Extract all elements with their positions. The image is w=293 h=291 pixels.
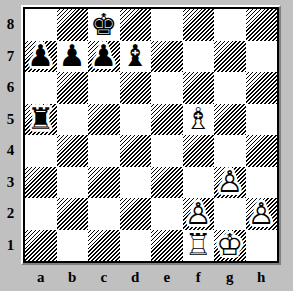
square-f3[interactable] bbox=[183, 167, 215, 199]
piece-glyph-bP: ♟ bbox=[88, 41, 120, 71]
piece-glyph-bP: ♟ bbox=[57, 41, 89, 71]
square-e6[interactable] bbox=[151, 72, 183, 104]
square-h3[interactable] bbox=[246, 167, 278, 199]
square-b8[interactable] bbox=[57, 9, 89, 41]
square-g2[interactable] bbox=[214, 198, 246, 230]
square-g4[interactable] bbox=[214, 135, 246, 167]
rank-label-4: 4 bbox=[0, 135, 21, 167]
piece-glyph-bR: ♜ bbox=[25, 104, 57, 134]
square-e1[interactable] bbox=[151, 230, 183, 262]
square-a4[interactable] bbox=[25, 135, 57, 167]
file-label-d: d bbox=[120, 266, 152, 288]
rank-label-3: 3 bbox=[0, 167, 21, 199]
piece-bK[interactable]: ♚♚ bbox=[88, 9, 120, 41]
rank-label-5: 5 bbox=[0, 104, 21, 136]
square-h1[interactable] bbox=[246, 230, 278, 262]
square-c2[interactable] bbox=[88, 198, 120, 230]
square-h7[interactable] bbox=[246, 41, 278, 73]
square-e4[interactable] bbox=[151, 135, 183, 167]
square-a6[interactable] bbox=[25, 72, 57, 104]
square-g3[interactable]: ♟♙ bbox=[214, 167, 246, 199]
piece-glyph-wP: ♙ bbox=[214, 167, 246, 197]
board-border: ♚♚♟♟♟♟♟♟♝♝♜♜♝♗♟♙♟♙♟♙♜♖♚♔ bbox=[23, 7, 279, 263]
piece-bB[interactable]: ♝♝ bbox=[120, 41, 152, 73]
square-d1[interactable] bbox=[120, 230, 152, 262]
square-b7[interactable]: ♟♟ bbox=[57, 41, 89, 73]
piece-glyph-bK: ♚ bbox=[88, 10, 120, 40]
square-f4[interactable] bbox=[183, 135, 215, 167]
square-e8[interactable] bbox=[151, 9, 183, 41]
square-d8[interactable] bbox=[120, 9, 152, 41]
square-h4[interactable] bbox=[246, 135, 278, 167]
square-b6[interactable] bbox=[57, 72, 89, 104]
square-a5[interactable]: ♜♜ bbox=[25, 104, 57, 136]
square-d7[interactable]: ♝♝ bbox=[120, 41, 152, 73]
square-c7[interactable]: ♟♟ bbox=[88, 41, 120, 73]
square-d2[interactable] bbox=[120, 198, 152, 230]
file-label-h: h bbox=[246, 266, 278, 288]
square-h6[interactable] bbox=[246, 72, 278, 104]
rank-label-2: 2 bbox=[0, 198, 21, 230]
square-c1[interactable] bbox=[88, 230, 120, 262]
piece-wK[interactable]: ♚♔ bbox=[214, 230, 246, 262]
piece-wP[interactable]: ♟♙ bbox=[246, 198, 278, 230]
piece-glyph-bP: ♟ bbox=[25, 41, 57, 71]
piece-glyph-wB: ♗ bbox=[183, 104, 215, 134]
square-f1[interactable]: ♜♖ bbox=[183, 230, 215, 262]
chess-board: ♚♚♟♟♟♟♟♟♝♝♜♜♝♗♟♙♟♙♟♙♜♖♚♔ bbox=[21, 5, 281, 265]
piece-bR[interactable]: ♜♜ bbox=[25, 104, 57, 136]
file-label-g: g bbox=[214, 266, 246, 288]
square-a3[interactable] bbox=[25, 167, 57, 199]
rank-label-6: 6 bbox=[0, 72, 21, 104]
piece-glyph-wK: ♔ bbox=[214, 230, 246, 260]
square-d3[interactable] bbox=[120, 167, 152, 199]
rank-label-7: 7 bbox=[0, 41, 21, 73]
square-h5[interactable] bbox=[246, 104, 278, 136]
square-d5[interactable] bbox=[120, 104, 152, 136]
square-f8[interactable] bbox=[183, 9, 215, 41]
file-label-c: c bbox=[88, 266, 120, 288]
square-g7[interactable] bbox=[214, 41, 246, 73]
file-label-b: b bbox=[57, 266, 89, 288]
piece-glyph-wP: ♙ bbox=[246, 199, 278, 229]
square-c4[interactable] bbox=[88, 135, 120, 167]
square-g1[interactable]: ♚♔ bbox=[214, 230, 246, 262]
file-label-e: e bbox=[151, 266, 183, 288]
square-e3[interactable] bbox=[151, 167, 183, 199]
square-g8[interactable] bbox=[214, 9, 246, 41]
rank-label-8: 8 bbox=[0, 9, 21, 41]
square-g5[interactable] bbox=[214, 104, 246, 136]
square-b1[interactable] bbox=[57, 230, 89, 262]
square-b5[interactable] bbox=[57, 104, 89, 136]
square-f6[interactable] bbox=[183, 72, 215, 104]
square-a2[interactable] bbox=[25, 198, 57, 230]
file-label-a: a bbox=[25, 266, 57, 288]
square-b3[interactable] bbox=[57, 167, 89, 199]
piece-wP[interactable]: ♟♙ bbox=[214, 167, 246, 199]
square-f2[interactable]: ♟♙ bbox=[183, 198, 215, 230]
square-b4[interactable] bbox=[57, 135, 89, 167]
rank-label-1: 1 bbox=[0, 230, 21, 262]
square-c6[interactable] bbox=[88, 72, 120, 104]
board-grid: ♚♚♟♟♟♟♟♟♝♝♜♜♝♗♟♙♟♙♟♙♜♖♚♔ bbox=[25, 9, 277, 261]
square-d4[interactable] bbox=[120, 135, 152, 167]
square-c8[interactable]: ♚♚ bbox=[88, 9, 120, 41]
square-c5[interactable] bbox=[88, 104, 120, 136]
square-g6[interactable] bbox=[214, 72, 246, 104]
rank-labels: 87654321 bbox=[0, 9, 21, 261]
square-a1[interactable] bbox=[25, 230, 57, 262]
piece-bP[interactable]: ♟♟ bbox=[88, 41, 120, 73]
square-f7[interactable] bbox=[183, 41, 215, 73]
piece-bP[interactable]: ♟♟ bbox=[25, 41, 57, 73]
square-e2[interactable] bbox=[151, 198, 183, 230]
piece-wB[interactable]: ♝♗ bbox=[183, 104, 215, 136]
square-c3[interactable] bbox=[88, 167, 120, 199]
square-a7[interactable]: ♟♟ bbox=[25, 41, 57, 73]
file-label-f: f bbox=[183, 266, 215, 288]
square-e5[interactable] bbox=[151, 104, 183, 136]
square-h8[interactable] bbox=[246, 9, 278, 41]
square-d6[interactable] bbox=[120, 72, 152, 104]
piece-glyph-wP: ♙ bbox=[183, 199, 215, 229]
piece-wP[interactable]: ♟♙ bbox=[183, 198, 215, 230]
square-h2[interactable]: ♟♙ bbox=[246, 198, 278, 230]
piece-bP[interactable]: ♟♟ bbox=[57, 41, 89, 73]
square-b2[interactable] bbox=[57, 198, 89, 230]
piece-glyph-bB: ♝ bbox=[120, 41, 152, 71]
square-a8[interactable] bbox=[25, 9, 57, 41]
square-e7[interactable] bbox=[151, 41, 183, 73]
piece-wR[interactable]: ♜♖ bbox=[183, 230, 215, 262]
square-f5[interactable]: ♝♗ bbox=[183, 104, 215, 136]
file-labels: abcdefgh bbox=[25, 266, 277, 288]
piece-glyph-wR: ♖ bbox=[183, 230, 215, 260]
